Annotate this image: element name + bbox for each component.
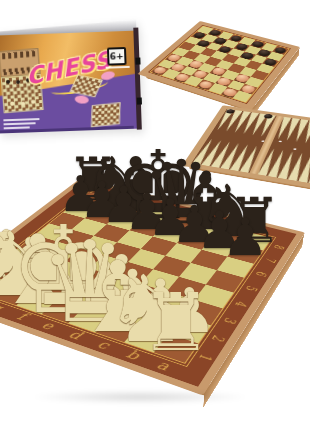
square [233,73,251,83]
square [139,307,181,333]
square [126,284,166,308]
board-shadow [30,390,250,404]
square [251,70,269,80]
square [180,66,198,76]
square [206,270,244,292]
light-checker [170,63,186,72]
square [9,268,50,290]
square [167,277,206,300]
square [227,63,245,73]
product-photo: CHESS 6+ [0,0,310,430]
square [0,274,9,297]
square [191,69,209,79]
square [0,282,34,306]
price-sticker-2 [74,95,89,104]
product-box: CHESS 6+ [0,20,142,137]
square [169,63,187,73]
chess-board: hgfedcba 12345678 [0,178,305,395]
square [198,63,216,73]
box-clip [135,57,140,64]
square [257,64,274,74]
square [239,67,257,77]
box-clip [137,97,142,104]
age-badge: 6+ [107,47,127,66]
box-face: CHESS 6+ [0,31,138,134]
light-checker [234,74,250,83]
backgammon-point [308,155,310,184]
square [203,73,221,83]
square [158,59,176,69]
square [221,70,239,80]
light-checker [188,60,204,69]
backgammon-point [298,154,310,183]
light-checker [192,70,208,79]
square [216,60,233,70]
square [112,299,154,324]
square [153,292,194,317]
square [50,261,89,283]
square [75,268,115,290]
box-thumb-board-1 [70,74,103,97]
square [187,60,205,70]
chess-scene: hgfedcba 12345678 [0,122,268,402]
square [245,60,262,70]
light-checker [210,67,226,76]
dark-checker [263,58,278,67]
square [210,66,228,76]
square [34,275,75,298]
